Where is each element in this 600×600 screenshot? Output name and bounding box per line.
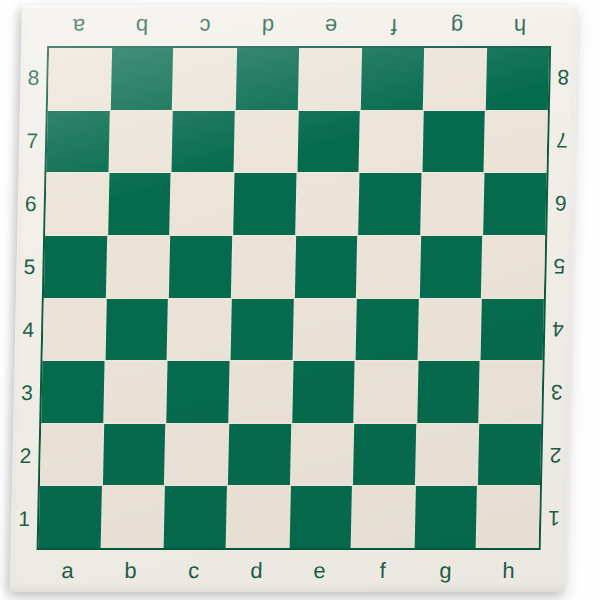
square-a7 — [46, 111, 109, 173]
square-a5 — [44, 236, 107, 298]
file-bottom-label-d: d — [225, 558, 289, 584]
square-a1 — [39, 486, 102, 548]
rank-left-label-8: 8 — [27, 46, 40, 109]
square-g4 — [418, 299, 481, 361]
top-file-labels: abcdefgh — [47, 5, 552, 46]
square-h2 — [478, 424, 541, 486]
rank-left-label-4: 4 — [22, 298, 35, 361]
square-f7 — [360, 111, 423, 173]
board-grid — [37, 46, 552, 550]
file-top-label-g: g — [425, 13, 489, 39]
square-d1 — [227, 486, 290, 548]
rank-right-label-7: 7 — [556, 109, 569, 172]
rank-left-label-3: 3 — [20, 361, 33, 424]
square-b2 — [103, 424, 166, 486]
square-c8 — [173, 48, 236, 110]
square-e8 — [298, 48, 361, 110]
file-bottom-label-b: b — [99, 558, 163, 584]
square-h7 — [485, 111, 548, 173]
file-top-label-f: f — [362, 13, 426, 39]
square-g2 — [416, 424, 479, 486]
file-bottom-label-h: h — [477, 558, 541, 584]
square-e7 — [297, 111, 360, 173]
file-bottom-label-a: a — [36, 558, 100, 584]
square-f3 — [354, 361, 417, 423]
square-d4 — [230, 299, 293, 361]
square-f2 — [353, 424, 416, 486]
square-c2 — [165, 424, 228, 486]
rank-left-label-6: 6 — [24, 172, 37, 235]
square-b4 — [105, 299, 168, 361]
square-e5 — [294, 236, 357, 298]
square-h6 — [484, 173, 547, 235]
rank-right-label-1: 1 — [548, 487, 561, 550]
square-d5 — [232, 236, 295, 298]
rank-left-label-1: 1 — [18, 487, 31, 550]
square-g1 — [414, 486, 477, 548]
square-d7 — [234, 111, 297, 173]
square-b8 — [110, 48, 173, 110]
square-a8 — [48, 48, 111, 110]
square-a2 — [40, 424, 103, 486]
square-f8 — [361, 48, 424, 110]
square-f5 — [357, 236, 420, 298]
square-h8 — [486, 48, 549, 110]
rank-right-label-8: 8 — [557, 46, 570, 109]
square-d8 — [236, 48, 299, 110]
square-h5 — [482, 236, 545, 298]
file-top-label-h: h — [488, 13, 552, 39]
square-d6 — [233, 173, 296, 235]
square-h4 — [481, 299, 544, 361]
square-g8 — [424, 48, 487, 110]
square-b1 — [101, 486, 164, 548]
file-top-label-b: b — [110, 13, 174, 39]
square-a6 — [45, 173, 108, 235]
square-g6 — [421, 173, 484, 235]
square-b6 — [108, 173, 171, 235]
rank-right-label-4: 4 — [552, 298, 565, 361]
file-bottom-label-c: c — [162, 558, 226, 584]
square-a4 — [43, 299, 106, 361]
square-g7 — [422, 111, 485, 173]
square-b3 — [104, 361, 167, 423]
file-top-label-a: a — [47, 13, 111, 39]
square-b5 — [106, 236, 169, 298]
file-top-label-d: d — [236, 13, 300, 39]
square-c7 — [172, 111, 235, 173]
rank-right-label-5: 5 — [553, 235, 566, 298]
square-e4 — [293, 299, 356, 361]
square-h1 — [477, 486, 540, 548]
square-f4 — [356, 299, 419, 361]
rank-left-label-2: 2 — [19, 424, 32, 487]
square-c5 — [169, 236, 232, 298]
rank-right-label-3: 3 — [550, 361, 563, 424]
square-d2 — [228, 424, 291, 486]
square-g5 — [420, 236, 483, 298]
square-c3 — [166, 361, 229, 423]
chess-mat: abcdefgh 87654321 87654321 abcdefgh — [10, 5, 578, 592]
square-h3 — [480, 361, 543, 423]
bottom-file-labels: abcdefgh — [36, 550, 541, 592]
square-c1 — [164, 486, 227, 548]
square-f1 — [352, 486, 415, 548]
file-top-label-e: e — [299, 13, 363, 39]
square-e2 — [290, 424, 353, 486]
photo-background: abcdefgh 87654321 87654321 abcdefgh — [0, 0, 600, 600]
file-top-label-c: c — [173, 13, 237, 39]
file-bottom-label-e: e — [288, 558, 352, 584]
square-a3 — [41, 361, 104, 423]
rank-left-label-7: 7 — [26, 109, 39, 172]
square-d3 — [229, 361, 292, 423]
rank-right-label-2: 2 — [549, 424, 562, 487]
square-g3 — [417, 361, 480, 423]
square-c6 — [170, 173, 233, 235]
square-e6 — [296, 173, 359, 235]
file-bottom-label-f: f — [351, 558, 415, 584]
rank-left-label-5: 5 — [23, 235, 36, 298]
file-bottom-label-g: g — [414, 558, 478, 584]
square-e1 — [289, 486, 352, 548]
square-b7 — [109, 111, 172, 173]
rank-right-label-6: 6 — [554, 172, 567, 235]
square-e3 — [292, 361, 355, 423]
square-c4 — [168, 299, 231, 361]
square-f6 — [358, 173, 421, 235]
